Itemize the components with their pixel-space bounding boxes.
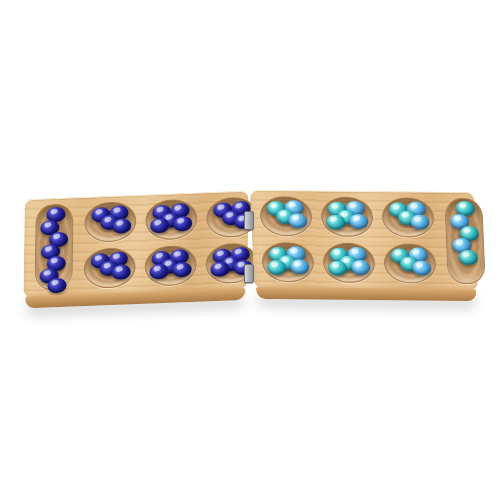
pit-bottom-6[interactable] [383, 243, 437, 284]
stone-blue [112, 218, 131, 234]
mancala-board [0, 0, 500, 500]
hinge-bottom [244, 264, 254, 283]
pit-top-4[interactable] [259, 196, 313, 237]
pit-top-5[interactable] [320, 197, 374, 238]
board-left-half [23, 191, 248, 298]
board-right-half [250, 190, 478, 290]
stone-teal [349, 214, 369, 229]
stone-teal [410, 214, 430, 229]
stone-blue [172, 262, 191, 278]
stone-teal [328, 261, 348, 276]
stone-blue [173, 216, 192, 232]
stone-teal [288, 213, 308, 228]
pit-top-1[interactable] [84, 201, 137, 243]
stone-blue [150, 218, 169, 234]
pit-bottom-2[interactable] [144, 245, 197, 287]
pit-bottom-5[interactable] [322, 243, 376, 284]
stone-blue [112, 264, 131, 280]
stone-teal [290, 259, 310, 274]
stone-blue [149, 264, 168, 280]
store-left[interactable] [34, 203, 73, 291]
stone-teal [412, 261, 432, 276]
pit-top-6[interactable] [381, 197, 435, 238]
pit-bottom-1[interactable] [83, 247, 136, 289]
stone-teal [351, 260, 371, 275]
pit-grid-left [32, 197, 239, 290]
pit-grid-right [259, 196, 469, 283]
store-right[interactable] [444, 198, 486, 284]
stone-blue [47, 278, 66, 294]
hinge-top [244, 211, 254, 230]
pit-bottom-4[interactable] [261, 242, 315, 283]
stone-blue [210, 261, 229, 277]
stone-teal [267, 260, 287, 275]
pit-top-2[interactable] [145, 199, 198, 241]
stone-teal [326, 215, 346, 230]
stone-teal [458, 250, 478, 265]
